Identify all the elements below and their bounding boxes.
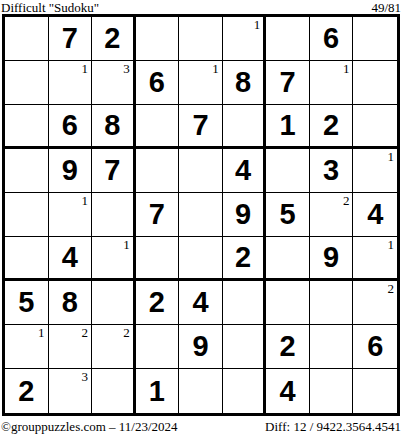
cell-r2c3[interactable]: 3 <box>92 61 136 105</box>
given-digit: 9 <box>323 243 339 272</box>
difficulty-text: Diff: 12 / 9422.3564.4541 <box>265 420 401 433</box>
cell-r3c2[interactable]: 6 <box>49 105 93 149</box>
cell-r7c1[interactable]: 5 <box>5 281 49 325</box>
given-digit: 7 <box>62 24 78 53</box>
cell-r6c7[interactable] <box>266 237 310 281</box>
cell-r3c6[interactable] <box>223 105 267 149</box>
pencil-mark: 1 <box>82 62 89 75</box>
cell-r8c9[interactable]: 6 <box>353 325 397 369</box>
cell-r2c9[interactable] <box>353 61 397 105</box>
cell-r3c9[interactable] <box>353 105 397 149</box>
given-digit: 4 <box>280 377 296 406</box>
cell-r7c8[interactable] <box>310 281 354 325</box>
cell-r5c5[interactable] <box>179 193 223 237</box>
cell-r2c4[interactable]: 6 <box>136 61 180 105</box>
given-digit: 7 <box>104 156 120 185</box>
cell-r9c7[interactable]: 4 <box>266 369 310 413</box>
cell-r3c5[interactable]: 7 <box>179 105 223 149</box>
cell-r7c7[interactable] <box>266 281 310 325</box>
cell-r8c2[interactable]: 2 <box>49 325 93 369</box>
cell-r7c5[interactable]: 4 <box>179 281 223 325</box>
cell-r6c4[interactable] <box>136 237 180 281</box>
cell-r5c2[interactable]: 1 <box>49 193 93 237</box>
cell-r1c6[interactable]: 1 <box>223 17 267 61</box>
cell-r8c8[interactable] <box>310 325 354 369</box>
cell-r2c5[interactable]: 1 <box>179 61 223 105</box>
given-digit: 6 <box>62 111 78 140</box>
cell-r3c1[interactable] <box>5 105 49 149</box>
given-digit: 6 <box>323 24 339 53</box>
given-digit: 2 <box>280 332 296 361</box>
given-digit: 7 <box>280 68 296 97</box>
pencil-mark: 3 <box>82 370 89 383</box>
cell-r6c5[interactable] <box>179 237 223 281</box>
cell-r6c3[interactable]: 1 <box>92 237 136 281</box>
cell-r7c3[interactable] <box>92 281 136 325</box>
cell-r7c2[interactable]: 8 <box>49 281 93 325</box>
copyright-text: ©grouppuzzles.com – 11/23/2024 <box>1 420 178 433</box>
empty-count: 49/81 <box>371 1 401 14</box>
cell-r3c4[interactable] <box>136 105 180 149</box>
cell-r9c3[interactable] <box>92 369 136 413</box>
given-digit: 2 <box>18 377 34 406</box>
given-digit: 4 <box>367 200 383 229</box>
pencil-mark: 1 <box>38 326 45 339</box>
cell-r4c2[interactable]: 9 <box>49 149 93 193</box>
pencil-mark: 1 <box>388 150 395 163</box>
footer: ©grouppuzzles.com – 11/23/2024 Diff: 12 … <box>0 416 402 433</box>
cell-r2c2[interactable]: 1 <box>49 61 93 105</box>
given-digit: 7 <box>192 111 208 140</box>
cell-r9c2[interactable]: 3 <box>49 369 93 413</box>
cell-r2c8[interactable]: 1 <box>310 61 354 105</box>
cell-r1c8[interactable]: 6 <box>310 17 354 61</box>
cell-r6c6[interactable]: 2 <box>223 237 267 281</box>
given-digit: 9 <box>62 156 78 185</box>
cell-r9c9[interactable] <box>353 369 397 413</box>
cell-r8c3[interactable]: 2 <box>92 325 136 369</box>
pencil-mark: 2 <box>388 282 395 295</box>
cell-r9c8[interactable] <box>310 369 354 413</box>
pencil-mark: 1 <box>343 62 350 75</box>
cell-r2c7[interactable]: 7 <box>266 61 310 105</box>
pencil-mark: 3 <box>123 62 130 75</box>
cell-r9c5[interactable] <box>179 369 223 413</box>
cell-r1c3[interactable]: 2 <box>92 17 136 61</box>
pencil-mark: 2 <box>82 326 89 339</box>
cell-r3c7[interactable]: 1 <box>266 105 310 149</box>
cell-r4c6[interactable]: 4 <box>223 149 267 193</box>
given-digit: 7 <box>149 200 165 229</box>
given-digit: 2 <box>149 288 165 317</box>
cell-r8c5[interactable]: 9 <box>179 325 223 369</box>
cell-r9c6[interactable] <box>223 369 267 413</box>
pencil-mark: 2 <box>123 326 130 339</box>
given-digit: 2 <box>104 24 120 53</box>
cell-r6c2[interactable]: 4 <box>49 237 93 281</box>
cell-r9c4[interactable]: 1 <box>136 369 180 413</box>
given-digit: 8 <box>104 111 120 140</box>
given-digit: 4 <box>235 156 251 185</box>
given-digit: 6 <box>149 68 165 97</box>
cell-r2c6[interactable]: 8 <box>223 61 267 105</box>
cell-r8c1[interactable]: 1 <box>5 325 49 369</box>
pencil-mark: 1 <box>82 194 89 207</box>
cell-r6c9[interactable]: 1 <box>353 237 397 281</box>
page-title: Difficult "Sudoku" <box>1 1 99 14</box>
cell-r7c4[interactable]: 2 <box>136 281 180 325</box>
cell-r9c1[interactable]: 2 <box>5 369 49 413</box>
cell-r4c1[interactable] <box>5 149 49 193</box>
cell-r1c2[interactable]: 7 <box>49 17 93 61</box>
cell-r1c1[interactable] <box>5 17 49 61</box>
cell-r4c7[interactable] <box>266 149 310 193</box>
given-digit: 8 <box>235 68 251 97</box>
cell-r3c8[interactable]: 2 <box>310 105 354 149</box>
cell-r1c9[interactable] <box>353 17 397 61</box>
given-digit: 3 <box>323 156 339 185</box>
given-digit: 5 <box>18 288 34 317</box>
cell-r1c4[interactable] <box>136 17 180 61</box>
cell-r4c3[interactable]: 7 <box>92 149 136 193</box>
cell-r7c6[interactable] <box>223 281 267 325</box>
given-digit: 9 <box>192 332 208 361</box>
given-digit: 4 <box>62 243 78 272</box>
pencil-mark: 2 <box>343 194 350 207</box>
pencil-mark: 1 <box>388 238 395 251</box>
given-digit: 9 <box>235 200 251 229</box>
cell-r8c7[interactable]: 2 <box>266 325 310 369</box>
cell-r7c9[interactable]: 2 <box>353 281 397 325</box>
cell-r4c5[interactable] <box>179 149 223 193</box>
cell-r6c1[interactable] <box>5 237 49 281</box>
given-digit: 1 <box>280 111 296 140</box>
cell-r3c3[interactable]: 8 <box>92 105 136 149</box>
header: Difficult "Sudoku" 49/81 <box>0 0 402 14</box>
cell-r5c9[interactable]: 4 <box>353 193 397 237</box>
given-digit: 8 <box>62 288 78 317</box>
cell-r4c8[interactable]: 3 <box>310 149 354 193</box>
pencil-mark: 1 <box>123 238 130 251</box>
cell-r6c8[interactable]: 9 <box>310 237 354 281</box>
pencil-mark: 1 <box>254 18 261 31</box>
given-digit: 2 <box>323 111 339 140</box>
given-digit: 2 <box>235 243 251 272</box>
cell-r5c1[interactable] <box>5 193 49 237</box>
cell-r4c4[interactable] <box>136 149 180 193</box>
cell-r5c6[interactable]: 9 <box>223 193 267 237</box>
cell-r4c9[interactable]: 1 <box>353 149 397 193</box>
cell-r8c4[interactable] <box>136 325 180 369</box>
given-digit: 1 <box>149 377 165 406</box>
given-digit: 4 <box>192 288 208 317</box>
sudoku-board: 7216136187168712974311795244129158242122… <box>2 14 400 416</box>
cell-r5c4[interactable]: 7 <box>136 193 180 237</box>
given-digit: 5 <box>280 200 296 229</box>
cell-r8c6[interactable] <box>223 325 267 369</box>
cell-r2c1[interactable] <box>5 61 49 105</box>
cell-r1c7[interactable] <box>266 17 310 61</box>
cell-r5c7[interactable]: 5 <box>266 193 310 237</box>
cell-r1c5[interactable] <box>179 17 223 61</box>
given-digit: 6 <box>367 332 383 361</box>
pencil-mark: 1 <box>212 62 219 75</box>
cell-r5c8[interactable]: 2 <box>310 193 354 237</box>
cell-r5c3[interactable] <box>92 193 136 237</box>
